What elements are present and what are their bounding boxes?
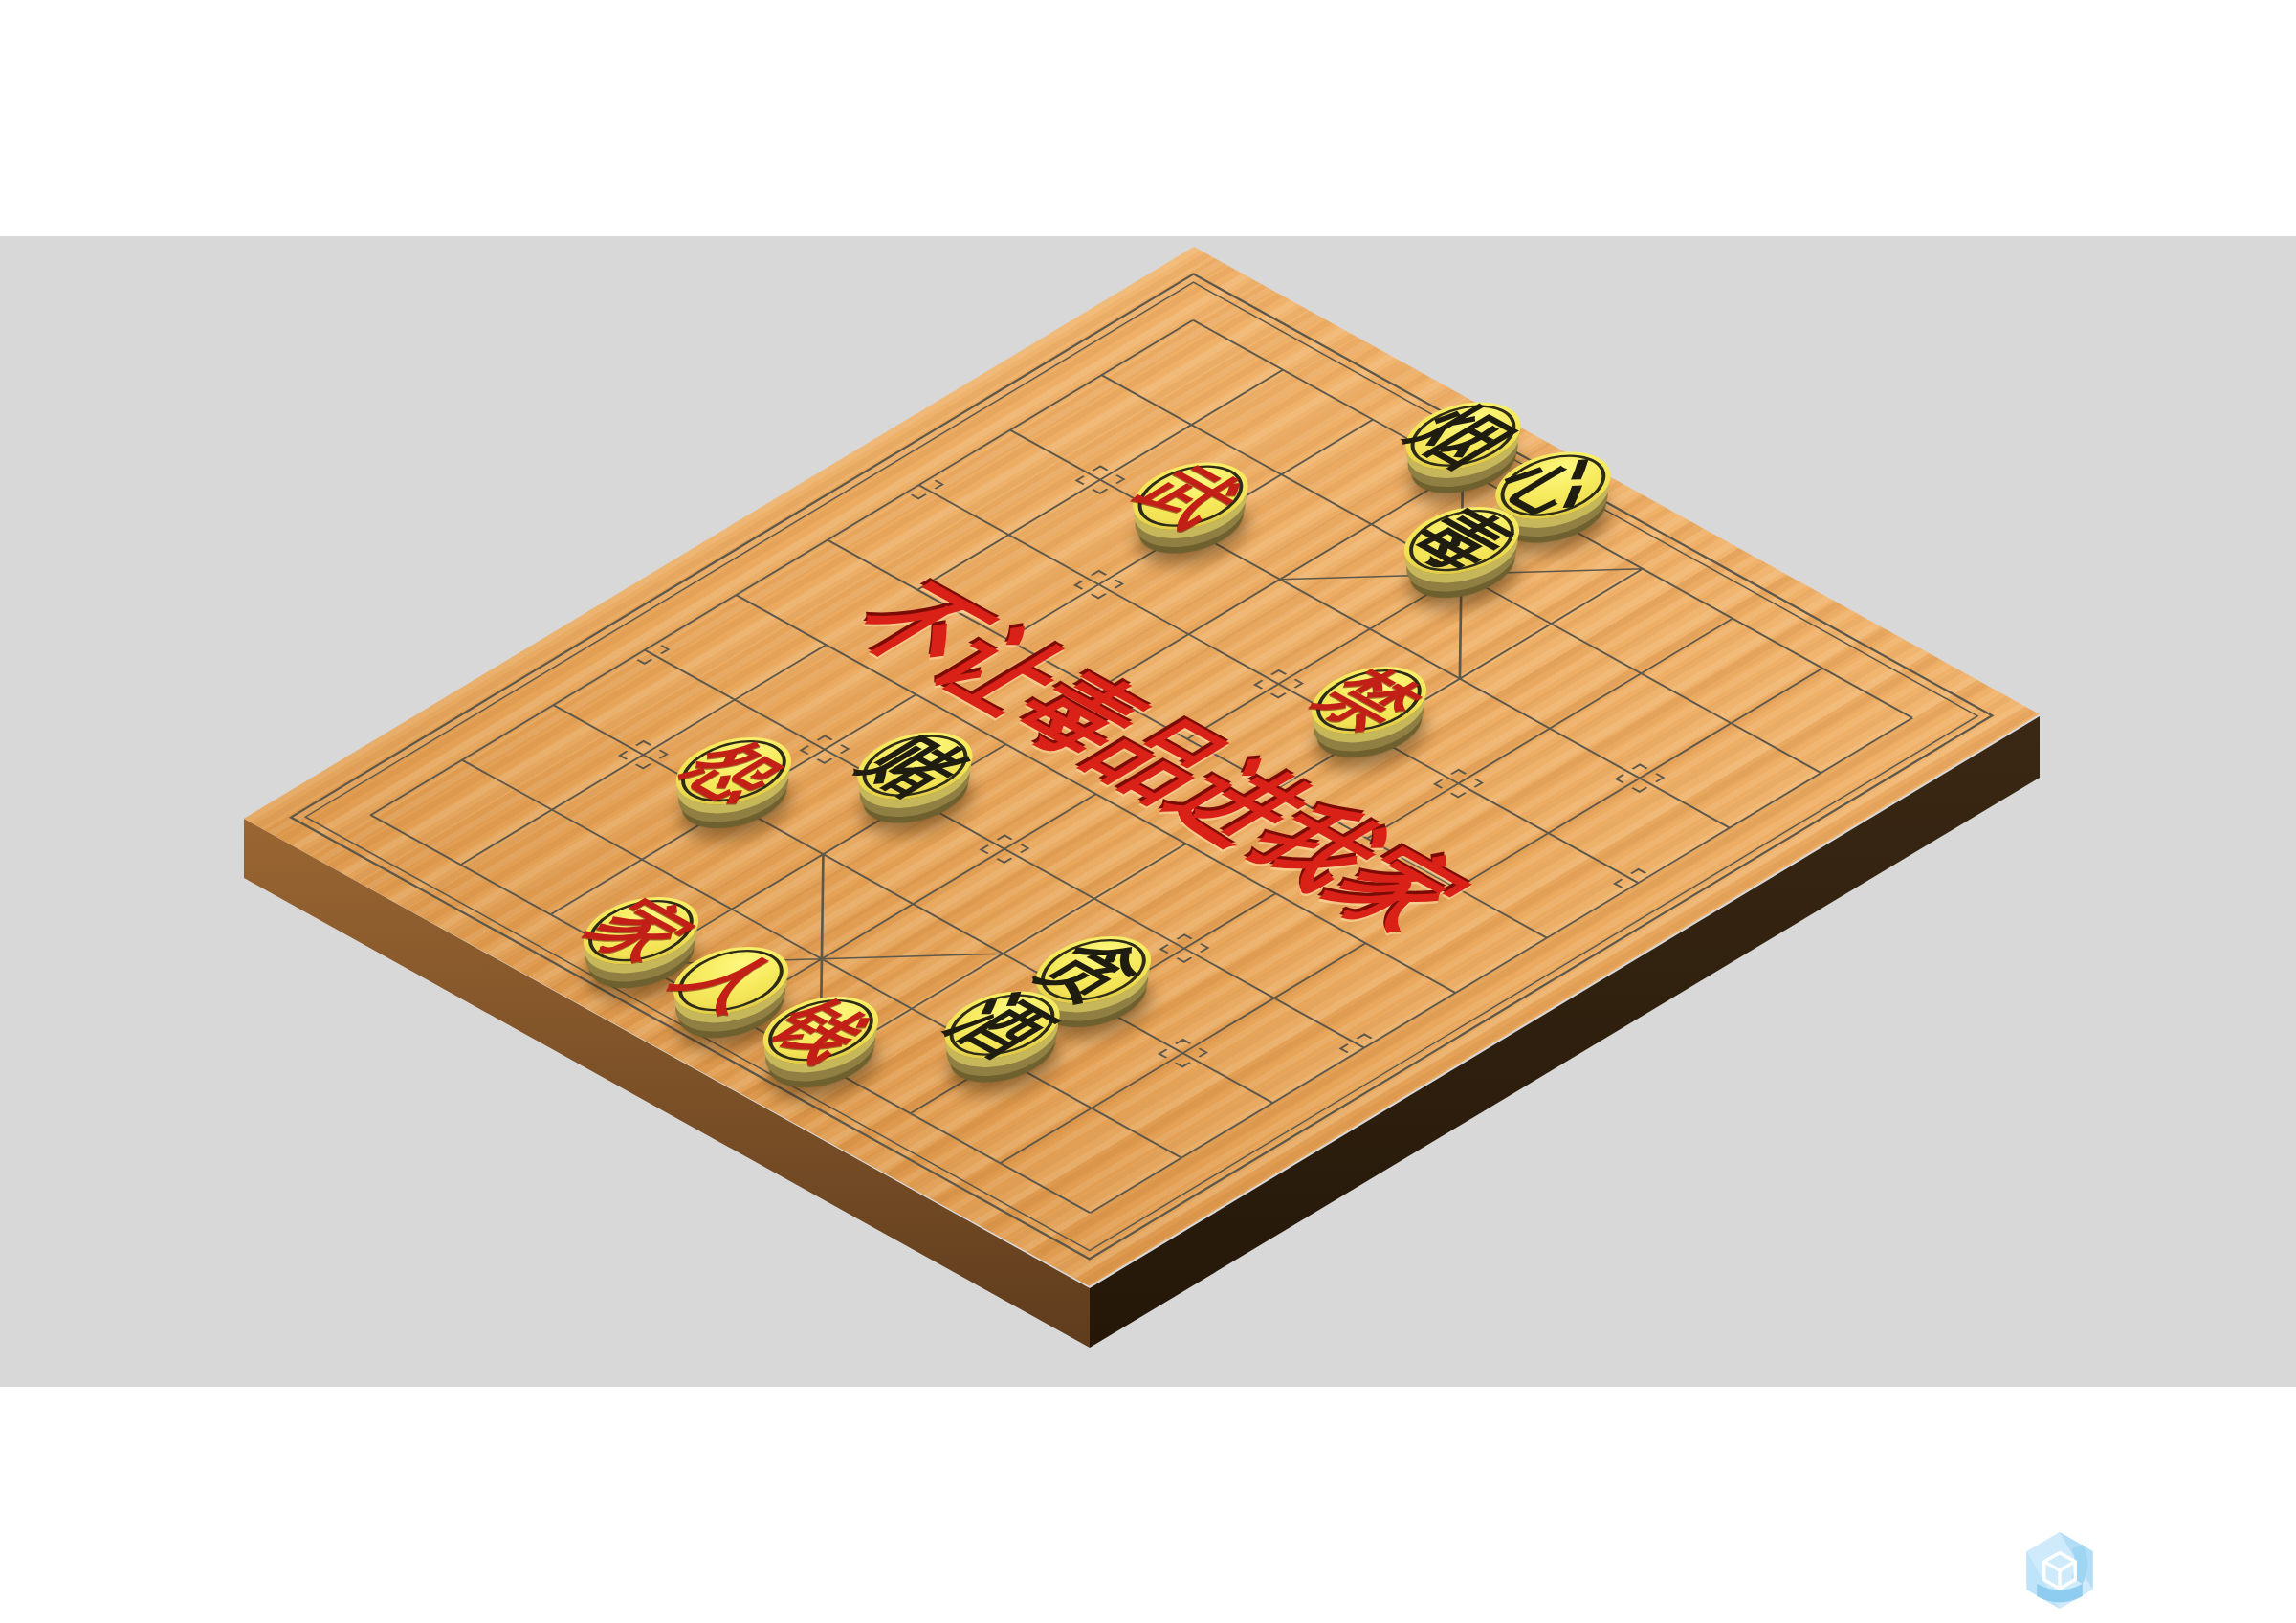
hexagon-cube-logo: [2026, 1532, 2093, 1609]
scene: 不让毒品进我家 烟心毒武禁赌怨贪酒家人钱: [0, 0, 2296, 1623]
